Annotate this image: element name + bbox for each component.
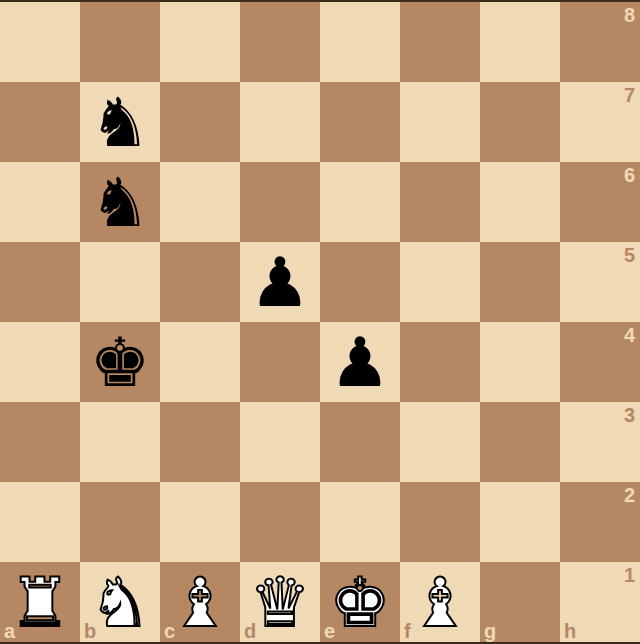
square-f7[interactable]	[400, 82, 480, 162]
square-b3[interactable]	[80, 402, 160, 482]
rank-label-4: 4	[624, 325, 635, 345]
file-label-b: b	[84, 621, 96, 641]
square-e7[interactable]	[320, 82, 400, 162]
square-a4[interactable]	[0, 322, 80, 402]
square-g3[interactable]	[480, 402, 560, 482]
black-pawn-d5[interactable]: ♟	[250, 243, 311, 322]
square-d8[interactable]	[240, 2, 320, 82]
square-c8[interactable]	[160, 2, 240, 82]
square-h5[interactable]: 5	[560, 242, 640, 322]
square-h3[interactable]: 3	[560, 402, 640, 482]
square-a6[interactable]	[0, 162, 80, 242]
rank-label-5: 5	[624, 245, 635, 265]
square-e1[interactable]: ♚e	[320, 562, 400, 642]
square-g5[interactable]	[480, 242, 560, 322]
black-pawn-e4[interactable]: ♟	[330, 323, 391, 402]
black-knight-b6[interactable]: ♞	[90, 163, 151, 242]
square-g6[interactable]	[480, 162, 560, 242]
square-c7[interactable]	[160, 82, 240, 162]
square-a8[interactable]	[0, 2, 80, 82]
white-knight-b1[interactable]: ♞	[90, 563, 151, 642]
square-a1[interactable]: ♜a	[0, 562, 80, 642]
square-c4[interactable]	[160, 322, 240, 402]
square-e3[interactable]	[320, 402, 400, 482]
square-b5[interactable]	[80, 242, 160, 322]
rank-label-8: 8	[624, 5, 635, 25]
square-h8[interactable]: 8	[560, 2, 640, 82]
square-f5[interactable]	[400, 242, 480, 322]
square-g1[interactable]: g	[480, 562, 560, 642]
square-e2[interactable]	[320, 482, 400, 562]
square-c6[interactable]	[160, 162, 240, 242]
square-e4[interactable]: ♟	[320, 322, 400, 402]
square-d6[interactable]	[240, 162, 320, 242]
square-g7[interactable]	[480, 82, 560, 162]
square-d5[interactable]: ♟	[240, 242, 320, 322]
square-h2[interactable]: 2	[560, 482, 640, 562]
chess-board-widget: 8♞7♞6♟5♚♟432♜a♞b♝c♛d♚e♝fg1h	[0, 0, 640, 644]
rank-label-6: 6	[624, 165, 635, 185]
square-b8[interactable]	[80, 2, 160, 82]
file-label-e: e	[324, 621, 335, 641]
rank-label-7: 7	[624, 85, 635, 105]
file-label-c: c	[164, 621, 175, 641]
square-f2[interactable]	[400, 482, 480, 562]
square-c2[interactable]	[160, 482, 240, 562]
rank-label-3: 3	[624, 405, 635, 425]
square-b1[interactable]: ♞b	[80, 562, 160, 642]
square-d1[interactable]: ♛d	[240, 562, 320, 642]
square-d7[interactable]	[240, 82, 320, 162]
square-e8[interactable]	[320, 2, 400, 82]
white-bishop-c1[interactable]: ♝	[170, 563, 231, 642]
rank-label-1: 1	[624, 565, 635, 585]
square-a2[interactable]	[0, 482, 80, 562]
square-h6[interactable]: 6	[560, 162, 640, 242]
square-f6[interactable]	[400, 162, 480, 242]
white-rook-a1[interactable]: ♜	[10, 563, 71, 642]
square-b6[interactable]: ♞	[80, 162, 160, 242]
square-h4[interactable]: 4	[560, 322, 640, 402]
square-b2[interactable]	[80, 482, 160, 562]
rank-label-2: 2	[624, 485, 635, 505]
square-a5[interactable]	[0, 242, 80, 322]
square-h7[interactable]: 7	[560, 82, 640, 162]
file-label-a: a	[4, 621, 15, 641]
white-king-e1[interactable]: ♚	[330, 563, 391, 642]
file-label-h: h	[564, 621, 576, 641]
file-label-f: f	[404, 621, 411, 641]
white-queen-d1[interactable]: ♛	[250, 563, 311, 642]
square-f3[interactable]	[400, 402, 480, 482]
square-f4[interactable]	[400, 322, 480, 402]
square-a7[interactable]	[0, 82, 80, 162]
file-label-g: g	[484, 621, 496, 641]
square-d4[interactable]	[240, 322, 320, 402]
chess-board: 8♞7♞6♟5♚♟432♜a♞b♝c♛d♚e♝fg1h	[0, 2, 640, 642]
black-king-b4[interactable]: ♚	[90, 323, 151, 402]
square-h1[interactable]: 1h	[560, 562, 640, 642]
file-label-d: d	[244, 621, 256, 641]
square-f8[interactable]	[400, 2, 480, 82]
square-d3[interactable]	[240, 402, 320, 482]
square-g2[interactable]	[480, 482, 560, 562]
square-c5[interactable]	[160, 242, 240, 322]
square-g4[interactable]	[480, 322, 560, 402]
square-b7[interactable]: ♞	[80, 82, 160, 162]
black-knight-b7[interactable]: ♞	[90, 83, 151, 162]
square-c1[interactable]: ♝c	[160, 562, 240, 642]
square-c3[interactable]	[160, 402, 240, 482]
square-d2[interactable]	[240, 482, 320, 562]
square-f1[interactable]: ♝f	[400, 562, 480, 642]
square-g8[interactable]	[480, 2, 560, 82]
square-e6[interactable]	[320, 162, 400, 242]
white-bishop-f1[interactable]: ♝	[410, 563, 471, 642]
square-a3[interactable]	[0, 402, 80, 482]
square-b4[interactable]: ♚	[80, 322, 160, 402]
square-e5[interactable]	[320, 242, 400, 322]
